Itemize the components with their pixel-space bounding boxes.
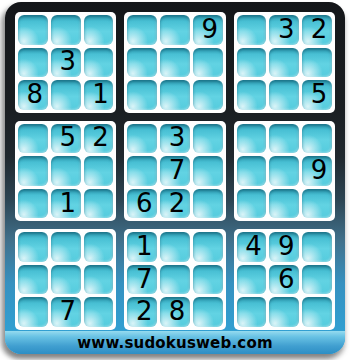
block-2-2: 3762 [124, 121, 225, 222]
cell-r2c9[interactable] [302, 48, 332, 78]
cell-r3c5[interactable] [160, 80, 190, 110]
block-1-3: 325 [234, 12, 335, 113]
cell-r3c3[interactable]: 1 [84, 80, 114, 110]
cell-r6c6[interactable] [193, 189, 223, 219]
cell-r9c3[interactable] [84, 297, 114, 327]
cell-r2c6[interactable] [193, 48, 223, 78]
cell-r2c7[interactable] [237, 48, 267, 78]
given-digit: 5 [59, 124, 76, 150]
block-2-1: 521 [15, 121, 116, 222]
block-3-2: 1728 [124, 229, 225, 330]
cell-r1c4[interactable] [127, 15, 157, 45]
block-3-3: 496 [234, 229, 335, 330]
given-digit: 8 [169, 298, 186, 324]
cell-r9c2[interactable]: 7 [51, 297, 81, 327]
cell-r7c2[interactable] [51, 232, 81, 262]
cell-r9c1[interactable] [18, 297, 48, 327]
cell-r1c8[interactable]: 3 [269, 15, 299, 45]
board-frame: 38193255213762971728496 www.sudokusweb.c… [5, 2, 345, 354]
cell-r5c7[interactable] [237, 156, 267, 186]
cell-r4c1[interactable] [18, 124, 48, 154]
cell-r7c3[interactable] [84, 232, 114, 262]
cell-r6c5[interactable]: 2 [160, 189, 190, 219]
cell-r1c7[interactable] [237, 15, 267, 45]
cell-r4c4[interactable] [127, 124, 157, 154]
cell-r8c2[interactable] [51, 265, 81, 295]
cell-r3c1[interactable]: 8 [18, 80, 48, 110]
cell-r2c3[interactable] [84, 48, 114, 78]
cell-r5c2[interactable] [51, 156, 81, 186]
cell-r3c6[interactable] [193, 80, 223, 110]
cell-r8c3[interactable] [84, 265, 114, 295]
cell-r1c2[interactable] [51, 15, 81, 45]
block-3-1: 7 [15, 229, 116, 330]
given-digit: 8 [27, 81, 44, 107]
footer-band: www.sudokusweb.com [5, 331, 345, 354]
block-2-3: 9 [234, 121, 335, 222]
cell-r4c2[interactable]: 5 [51, 124, 81, 154]
cell-r5c9[interactable]: 9 [302, 156, 332, 186]
cell-r4c8[interactable] [269, 124, 299, 154]
cell-r8c7[interactable] [237, 265, 267, 295]
sudoku-board: 38193255213762971728496 [15, 12, 335, 330]
cell-r6c8[interactable] [269, 189, 299, 219]
cell-r3c8[interactable] [269, 80, 299, 110]
cell-r7c1[interactable] [18, 232, 48, 262]
given-digit: 1 [136, 233, 153, 259]
site-url: www.sudokusweb.com [77, 334, 272, 352]
cell-r5c5[interactable]: 7 [160, 156, 190, 186]
given-digit: 1 [59, 190, 76, 216]
given-digit: 3 [278, 16, 295, 42]
cell-r1c1[interactable] [18, 15, 48, 45]
cell-r5c4[interactable] [127, 156, 157, 186]
cell-r2c8[interactable] [269, 48, 299, 78]
cell-r9c6[interactable] [193, 297, 223, 327]
sudoku-image: 38193255213762971728496 www.sudokusweb.c… [0, 0, 350, 360]
cell-r3c7[interactable] [237, 80, 267, 110]
cell-r4c5[interactable]: 3 [160, 124, 190, 154]
given-digit: 7 [59, 298, 76, 324]
cell-r3c4[interactable] [127, 80, 157, 110]
cell-r1c5[interactable] [160, 15, 190, 45]
cell-r5c3[interactable] [84, 156, 114, 186]
cell-r2c1[interactable] [18, 48, 48, 78]
cell-r8c1[interactable] [18, 265, 48, 295]
given-digit: 3 [59, 48, 76, 74]
cell-r9c5[interactable]: 8 [160, 297, 190, 327]
block-1-1: 381 [15, 12, 116, 113]
given-digit: 9 [311, 157, 328, 183]
block-1-2: 9 [124, 12, 225, 113]
cell-r6c4[interactable]: 6 [127, 189, 157, 219]
cell-r8c5[interactable] [160, 265, 190, 295]
cell-r5c8[interactable] [269, 156, 299, 186]
given-digit: 4 [245, 233, 262, 259]
cell-r5c6[interactable] [193, 156, 223, 186]
cell-r9c8[interactable] [269, 297, 299, 327]
given-digit: 7 [136, 266, 153, 292]
cell-r4c7[interactable] [237, 124, 267, 154]
cell-r4c9[interactable] [302, 124, 332, 154]
cell-r8c6[interactable] [193, 265, 223, 295]
given-digit: 6 [278, 266, 295, 292]
cell-r2c4[interactable] [127, 48, 157, 78]
given-digit: 5 [311, 81, 328, 107]
cell-r5c1[interactable] [18, 156, 48, 186]
cell-r6c2[interactable]: 1 [51, 189, 81, 219]
cell-r1c6[interactable]: 9 [193, 15, 223, 45]
cell-r7c8[interactable]: 9 [269, 232, 299, 262]
cell-r7c9[interactable] [302, 232, 332, 262]
given-digit: 7 [169, 157, 186, 183]
given-digit: 2 [92, 124, 109, 150]
cell-r4c6[interactable] [193, 124, 223, 154]
cell-r1c3[interactable] [84, 15, 114, 45]
cell-r8c4[interactable]: 7 [127, 265, 157, 295]
given-digit: 2 [169, 190, 186, 216]
cell-r7c6[interactable] [193, 232, 223, 262]
cell-r9c4[interactable]: 2 [127, 297, 157, 327]
given-digit: 2 [311, 16, 328, 42]
cell-r6c1[interactable] [18, 189, 48, 219]
cell-r4c3[interactable]: 2 [84, 124, 114, 154]
cell-r7c4[interactable]: 1 [127, 232, 157, 262]
cell-r6c7[interactable] [237, 189, 267, 219]
cell-r3c2[interactable] [51, 80, 81, 110]
cell-r8c9[interactable] [302, 265, 332, 295]
cell-r1c9[interactable]: 2 [302, 15, 332, 45]
cell-r9c9[interactable] [302, 297, 332, 327]
cell-r9c7[interactable] [237, 297, 267, 327]
given-digit: 6 [136, 190, 153, 216]
cell-r3c9[interactable]: 5 [302, 80, 332, 110]
cell-r7c5[interactable] [160, 232, 190, 262]
cell-r6c3[interactable] [84, 189, 114, 219]
cell-r2c2[interactable]: 3 [51, 48, 81, 78]
cell-r8c8[interactable]: 6 [269, 265, 299, 295]
given-digit: 9 [278, 233, 295, 259]
given-digit: 3 [169, 124, 186, 150]
given-digit: 9 [201, 16, 218, 42]
cell-r6c9[interactable] [302, 189, 332, 219]
given-digit: 1 [92, 81, 109, 107]
cell-r2c5[interactable] [160, 48, 190, 78]
cell-r7c7[interactable]: 4 [237, 232, 267, 262]
given-digit: 2 [136, 298, 153, 324]
